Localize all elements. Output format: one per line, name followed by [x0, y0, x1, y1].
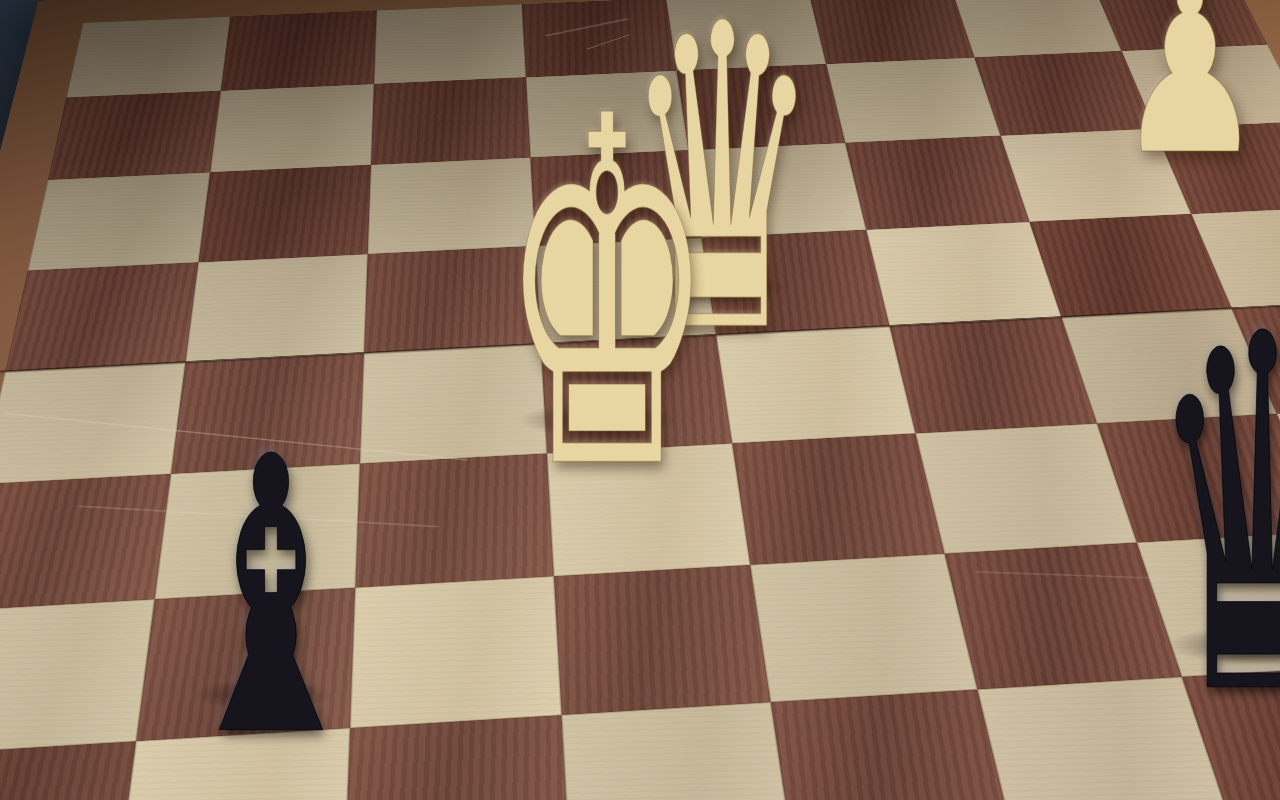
- black-bishop-piece: ♝: [172, 409, 370, 789]
- pieces-layer: ♟♛♚♛♝: [0, 0, 1280, 800]
- white-king-piece: ♚: [499, 56, 714, 536]
- white-pawn-piece: ♟: [1116, 0, 1263, 187]
- black-queen-piece: ♛: [1148, 273, 1280, 763]
- photo-stage: ♟♛♚♛♝: [0, 0, 1280, 800]
